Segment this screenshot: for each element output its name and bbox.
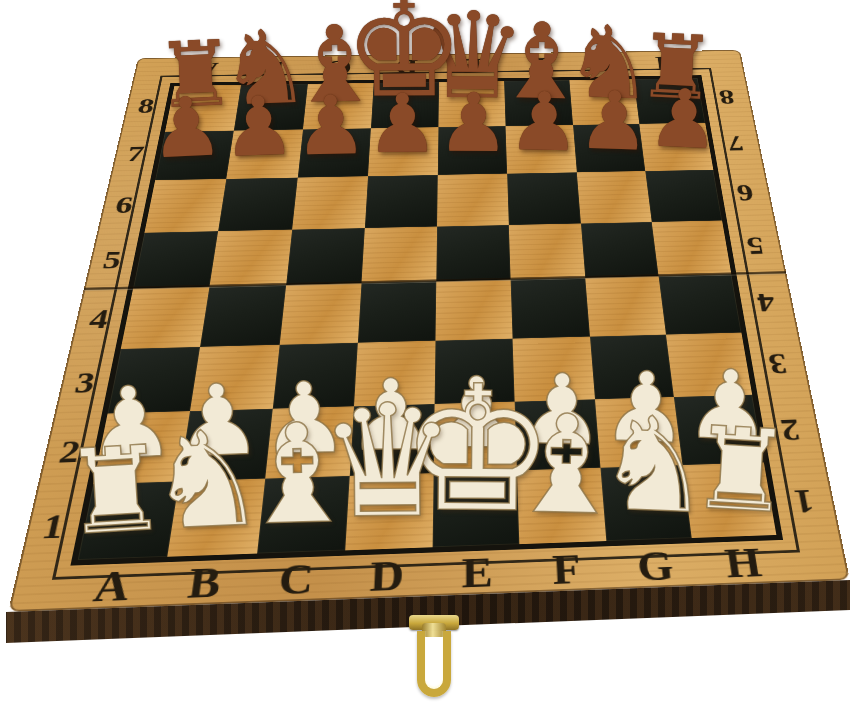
file-label-h-bottom: H xyxy=(723,543,765,585)
chess-board: AABBCCDDEEFFGGHH8877665544332211 xyxy=(8,50,850,612)
square-g8 xyxy=(569,79,639,125)
file-label-e-bottom: E xyxy=(462,552,493,595)
file-label-d-top: D xyxy=(395,57,418,78)
rank-label-4-right: 4 xyxy=(755,289,777,316)
square-c5 xyxy=(286,228,365,285)
square-e4 xyxy=(435,279,512,340)
square-f8 xyxy=(504,80,572,126)
square-f6 xyxy=(507,172,580,224)
square-b5 xyxy=(210,229,292,286)
square-e6 xyxy=(437,174,509,227)
square-d2 xyxy=(350,404,435,475)
square-h4 xyxy=(658,274,741,334)
square-c4 xyxy=(279,283,361,344)
wooden-frame: AABBCCDDEEFFGGHH8877665544332211 xyxy=(8,50,850,612)
file-label-g-top: G xyxy=(590,54,616,74)
file-label-c-top: C xyxy=(328,58,352,79)
square-e3 xyxy=(435,338,515,404)
square-d8 xyxy=(371,82,439,128)
square-g4 xyxy=(585,276,666,336)
square-a2 xyxy=(93,411,190,484)
square-g7 xyxy=(573,124,645,173)
square-f4 xyxy=(511,278,590,339)
square-g3 xyxy=(590,334,674,399)
file-label-h-top: H xyxy=(654,53,681,73)
square-a1 xyxy=(78,481,180,560)
square-e5 xyxy=(436,225,511,282)
square-g6 xyxy=(576,171,651,223)
square-d7 xyxy=(368,127,439,176)
square-b4 xyxy=(200,285,285,347)
square-h1 xyxy=(682,462,776,538)
square-e7 xyxy=(438,126,508,175)
rank-label-5-right: 5 xyxy=(745,233,766,258)
square-c8 xyxy=(303,83,374,129)
rank-label-6-right: 6 xyxy=(735,181,755,204)
square-c3 xyxy=(272,342,357,408)
file-label-e-top: E xyxy=(462,56,483,76)
square-a5 xyxy=(133,231,218,289)
square-b6 xyxy=(218,178,297,231)
file-label-a-top: A xyxy=(193,59,220,80)
rank-label-8-right: 8 xyxy=(718,87,737,107)
square-d1 xyxy=(345,473,434,551)
square-g5 xyxy=(580,222,658,278)
file-label-f-top: F xyxy=(528,55,548,75)
square-f2 xyxy=(515,399,600,470)
square-b3 xyxy=(190,344,279,411)
square-f7 xyxy=(506,125,577,174)
square-c1 xyxy=(257,475,350,553)
square-a7 xyxy=(155,130,234,180)
square-f3 xyxy=(513,336,595,401)
square-e2 xyxy=(434,402,517,473)
square-h3 xyxy=(666,332,752,397)
square-g2 xyxy=(595,397,683,467)
square-g1 xyxy=(600,465,691,541)
square-h5 xyxy=(651,220,731,276)
square-c6 xyxy=(292,176,368,229)
file-label-g-bottom: G xyxy=(636,546,676,588)
square-b7 xyxy=(226,129,302,179)
square-a6 xyxy=(145,179,227,233)
square-c2 xyxy=(265,406,354,478)
square-h7 xyxy=(639,123,713,172)
square-h8 xyxy=(633,78,705,123)
square-f5 xyxy=(509,223,585,279)
square-b2 xyxy=(179,409,272,481)
rank-label-3-right: 3 xyxy=(766,349,789,378)
square-b1 xyxy=(168,478,265,557)
rank-label-2-right: 2 xyxy=(778,414,802,445)
square-d3 xyxy=(354,340,436,406)
square-f1 xyxy=(517,467,606,544)
file-label-f-bottom: F xyxy=(551,549,582,591)
square-d4 xyxy=(358,281,437,342)
brass-clasp xyxy=(405,611,465,703)
coordinate-labels: AABBCCDDEEFFGGHH8877665544332211 xyxy=(138,50,740,58)
square-a3 xyxy=(108,347,201,414)
square-c7 xyxy=(297,128,370,178)
rank-label-7-right: 7 xyxy=(726,133,745,155)
square-e8 xyxy=(438,81,505,127)
square-a8 xyxy=(165,85,241,132)
square-b8 xyxy=(234,84,307,130)
file-label-b-bottom: B xyxy=(186,562,223,605)
file-label-a-bottom: A xyxy=(91,565,134,609)
square-e1 xyxy=(433,470,520,547)
chess-set-photo: AABBCCDDEEFFGGHH8877665544332211 ♜♞♝♚♛♝♞… xyxy=(0,0,850,703)
rank-label-1-right: 1 xyxy=(791,484,816,518)
clasp-loop xyxy=(417,631,451,697)
square-h2 xyxy=(674,395,764,465)
playing-area-grid xyxy=(70,75,783,565)
square-h6 xyxy=(645,170,722,222)
square-a4 xyxy=(121,287,210,349)
file-label-d-bottom: D xyxy=(369,555,404,598)
file-label-b-top: B xyxy=(262,58,286,79)
file-label-c-bottom: C xyxy=(277,559,315,602)
square-d6 xyxy=(365,175,438,228)
square-d5 xyxy=(361,226,437,283)
